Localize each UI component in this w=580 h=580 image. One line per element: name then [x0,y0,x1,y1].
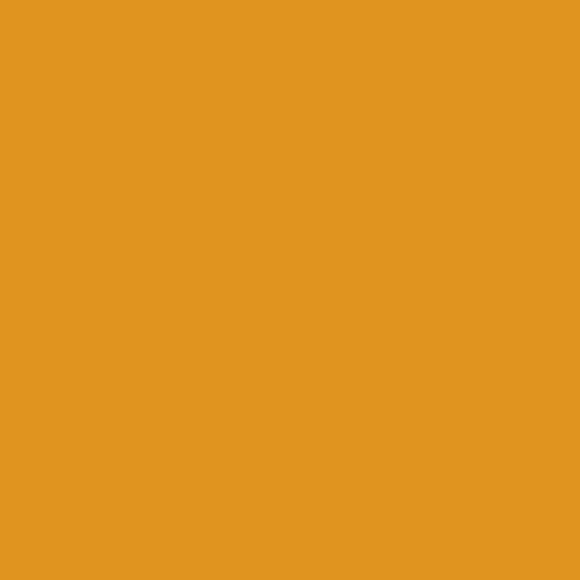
go-app-screen [0,0,580,580]
